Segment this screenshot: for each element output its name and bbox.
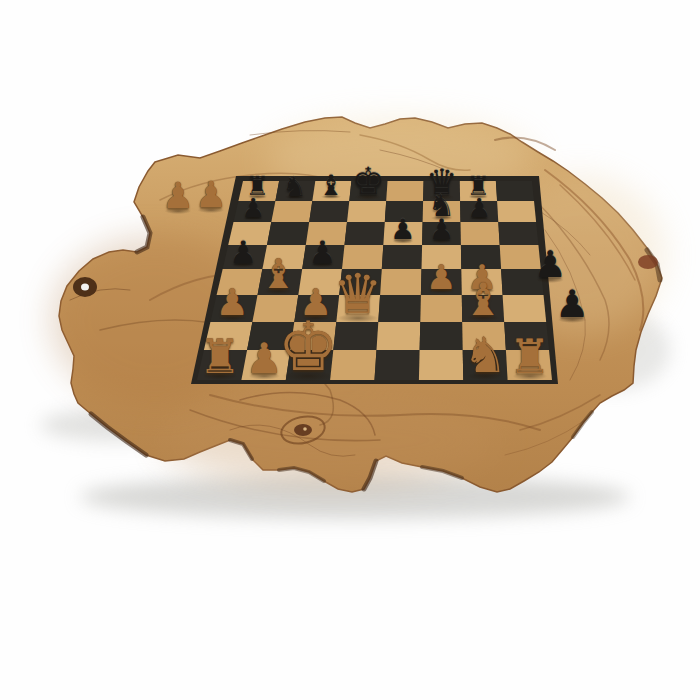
piece-white-rook-h1[interactable]: ♜ [508, 333, 550, 380]
square-c7[interactable] [309, 201, 349, 222]
square-e2[interactable] [377, 322, 421, 350]
square-f3[interactable] [420, 295, 462, 322]
rim-black-pawn-1[interactable]: ♟ [533, 246, 566, 283]
square-d6[interactable] [345, 222, 385, 245]
piece-black-bishop-c8[interactable]: ♝ [319, 172, 344, 200]
piece-black-king-d8[interactable]: ♚ [351, 163, 384, 200]
square-b6[interactable] [267, 222, 309, 245]
piece-white-pawn-a3[interactable]: ♟ [215, 284, 248, 321]
square-f1[interactable] [419, 350, 463, 380]
square-b7[interactable] [271, 201, 312, 222]
square-f2[interactable] [420, 322, 463, 350]
piece-white-pawn-f4[interactable]: ♟ [426, 260, 456, 294]
square-h6[interactable] [498, 222, 538, 245]
square-e5[interactable] [382, 245, 422, 269]
piece-white-king-c1[interactable]: ♚ [278, 313, 339, 381]
square-e3[interactable] [378, 295, 421, 322]
square-h7[interactable] [497, 201, 536, 222]
wood-slab-photo [0, 0, 700, 700]
piece-white-bishop-g3[interactable]: ♝ [463, 277, 503, 322]
square-e4[interactable] [380, 269, 421, 295]
piece-white-queen-d3[interactable]: ♛ [333, 267, 382, 322]
piece-white-rook-a1[interactable]: ♜ [199, 333, 241, 380]
square-e1[interactable] [375, 350, 420, 380]
piece-white-knight-g1[interactable]: ♞ [463, 331, 507, 380]
rim-white-pawn-1[interactable]: ♟ [162, 178, 194, 214]
square-d7[interactable] [347, 201, 386, 222]
square-g6[interactable] [461, 222, 500, 245]
piece-black-pawn-a7[interactable]: ♟ [241, 195, 264, 221]
piece-black-pawn-e6[interactable]: ♟ [390, 216, 415, 244]
piece-black-pawn-a5[interactable]: ♟ [229, 237, 257, 268]
square-h8[interactable] [496, 181, 534, 201]
square-e8[interactable] [386, 181, 423, 201]
rim-black-pawn-2[interactable]: ♟ [555, 285, 589, 323]
piece-black-knight-b8[interactable]: ♞ [282, 173, 306, 200]
piece-white-bishop-b4[interactable]: ♝ [260, 254, 297, 295]
square-h3[interactable] [503, 295, 547, 322]
rim-white-pawn-2[interactable]: ♟ [195, 177, 227, 213]
piece-black-pawn-f6[interactable]: ♟ [429, 216, 454, 244]
piece-black-pawn-g7[interactable]: ♟ [468, 195, 491, 221]
chess-photo-scene: ♜♞♝♚♛♜♟♞♟♟♟♟♟♝♟♟♟♟♛♝♜♟♚♞♜♟♟♟♟ [0, 0, 700, 700]
